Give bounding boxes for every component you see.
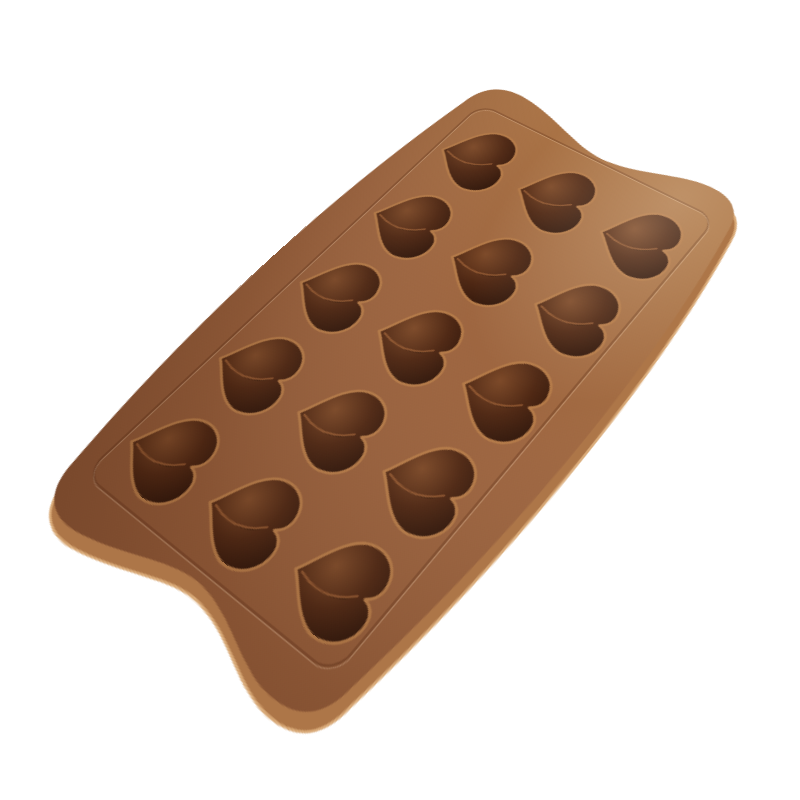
chocolate-mold [32,78,752,738]
product-photo-scene [0,0,800,800]
mold-board [32,78,752,738]
